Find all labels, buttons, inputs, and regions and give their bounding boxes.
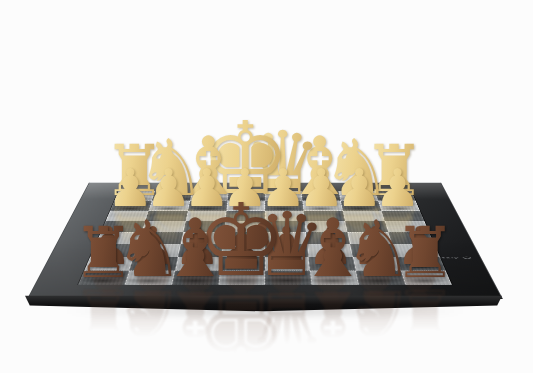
square-c2 bbox=[303, 201, 343, 211]
square-a7 bbox=[396, 257, 446, 271]
square-f8 bbox=[172, 270, 220, 284]
square-a4 bbox=[385, 221, 430, 232]
board-grid bbox=[78, 191, 452, 285]
square-c6 bbox=[307, 244, 352, 257]
square-a6 bbox=[392, 244, 440, 257]
square-d4 bbox=[265, 221, 306, 232]
square-c1 bbox=[302, 191, 341, 200]
square-g4 bbox=[142, 221, 185, 232]
square-c7 bbox=[309, 257, 356, 271]
square-e6 bbox=[221, 244, 265, 257]
square-f4 bbox=[183, 221, 225, 232]
square-g2 bbox=[149, 201, 190, 211]
square-a3 bbox=[381, 211, 424, 222]
square-a8 bbox=[401, 270, 452, 284]
square-b4 bbox=[345, 221, 388, 232]
square-d2 bbox=[265, 201, 304, 211]
square-e7 bbox=[220, 257, 265, 271]
square-e4 bbox=[224, 221, 265, 232]
square-b6 bbox=[350, 244, 396, 257]
board-brand-mark: Dal Rossi Italy bbox=[380, 257, 472, 259]
square-b8 bbox=[355, 270, 405, 284]
square-b5 bbox=[347, 232, 392, 244]
square-h3 bbox=[106, 211, 149, 222]
square-f7 bbox=[175, 257, 222, 271]
square-g8 bbox=[125, 270, 175, 284]
square-d7 bbox=[265, 257, 310, 271]
square-a2 bbox=[378, 201, 420, 211]
square-e2 bbox=[226, 201, 265, 211]
brand-circle-logo-icon bbox=[462, 257, 471, 259]
square-e3 bbox=[225, 211, 265, 222]
square-g6 bbox=[134, 244, 180, 257]
square-d3 bbox=[265, 211, 305, 222]
square-c4 bbox=[305, 221, 347, 232]
square-h7 bbox=[84, 257, 134, 271]
square-d1 bbox=[265, 191, 303, 200]
square-a1 bbox=[375, 191, 416, 200]
square-g3 bbox=[145, 211, 187, 222]
square-g5 bbox=[138, 232, 183, 244]
square-e1 bbox=[227, 191, 265, 200]
square-e5 bbox=[223, 232, 265, 244]
square-f3 bbox=[185, 211, 226, 222]
square-h8 bbox=[78, 270, 129, 284]
square-d8 bbox=[265, 270, 312, 284]
square-b2 bbox=[340, 201, 381, 211]
product-photo-scene: Dal Rossi Italy ♜♜♞♞♝♝♛♛♚♚♝♝♞♞♜♜♟♟♟♟♟♟♟♟… bbox=[0, 0, 533, 373]
brand-text: Dal Rossi Italy bbox=[394, 257, 460, 259]
square-f6 bbox=[178, 244, 223, 257]
square-b7 bbox=[352, 257, 400, 271]
square-h1 bbox=[114, 191, 155, 200]
square-b1 bbox=[338, 191, 378, 200]
square-h6 bbox=[90, 244, 138, 257]
square-c5 bbox=[306, 232, 350, 244]
square-h5 bbox=[96, 232, 142, 244]
square-a5 bbox=[388, 232, 434, 244]
square-e8 bbox=[218, 270, 265, 284]
square-d6 bbox=[265, 244, 309, 257]
square-f1 bbox=[190, 191, 229, 200]
square-b3 bbox=[342, 211, 384, 222]
square-c3 bbox=[304, 211, 345, 222]
square-h2 bbox=[110, 201, 152, 211]
square-h4 bbox=[101, 221, 146, 232]
square-f2 bbox=[188, 201, 228, 211]
square-g1 bbox=[152, 191, 192, 200]
square-f5 bbox=[180, 232, 224, 244]
square-c8 bbox=[310, 270, 358, 284]
chess-board: Dal Rossi Italy bbox=[27, 183, 503, 299]
square-g7 bbox=[129, 257, 177, 271]
square-d5 bbox=[265, 232, 307, 244]
